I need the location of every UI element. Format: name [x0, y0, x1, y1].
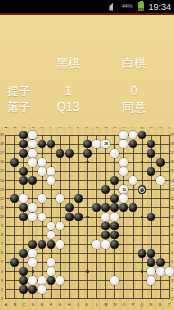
- battery-percent-text: 44%: [118, 3, 132, 9]
- coord-label-left: 14: [0, 179, 5, 183]
- game-info-panel: 黑棋 白棋 提子 1 0 落子 Q13 同意: [0, 15, 174, 127]
- stone-black-N7: [110, 240, 119, 249]
- stone-white-P19: [129, 131, 138, 140]
- app-window: 44% 19:34 黑棋 白棋 提子 1 0 落子 Q13 同意 AABBCCD…: [0, 0, 174, 310]
- stone-black-C19: [19, 131, 28, 140]
- grid-line-horizontal: [5, 298, 170, 299]
- stone-white-E12: [38, 194, 47, 203]
- stone-white-F5: [47, 258, 56, 267]
- coord-label-left: 16: [0, 160, 5, 164]
- hoshi-point: [141, 270, 143, 272]
- stone-white-G9: [56, 222, 65, 231]
- move-row-label: 落子: [0, 99, 42, 115]
- stone-white-F9: [47, 222, 56, 231]
- stone-white-S14: [156, 176, 165, 185]
- stone-white-T4: [165, 267, 174, 276]
- stone-white-F15: [47, 167, 56, 176]
- coord-label-left: 9: [0, 224, 5, 228]
- stone-black-N12: [110, 194, 119, 203]
- stone-white-D16: [28, 158, 37, 167]
- grid-line-vertical: [96, 135, 97, 300]
- stone-black-J10: [74, 213, 83, 222]
- stone-black-C17: [19, 149, 28, 158]
- stone-black-Q19: [138, 131, 147, 140]
- stone-black-R18: [147, 140, 156, 149]
- stone-black-C6: [19, 249, 28, 258]
- coord-label-bottom: F: [49, 303, 54, 307]
- stone-black-K18: [83, 140, 92, 149]
- stone-black-C3: [19, 276, 28, 285]
- black-captures-value: 1: [42, 83, 94, 99]
- stone-white-G3: [56, 276, 65, 285]
- header-divider: [0, 13, 174, 15]
- stone-black-R10: [147, 213, 156, 222]
- stone-black-D2: [28, 285, 37, 294]
- stone-white-N17: [110, 149, 119, 158]
- stone-black-C15: [19, 167, 28, 176]
- stone-black-S16: [156, 158, 165, 167]
- battery-icon: [138, 2, 144, 11]
- coord-label-right: 7: [169, 242, 174, 246]
- stone-white-G12: [56, 194, 65, 203]
- stone-black-R5: [147, 258, 156, 267]
- stone-white-D10: [28, 213, 37, 222]
- hoshi-point: [86, 216, 88, 218]
- coord-label-left: 18: [0, 142, 5, 146]
- coord-label-left: 12: [0, 197, 5, 201]
- white-last-move-value[interactable]: 同意: [94, 99, 174, 115]
- stone-black-M9: [101, 222, 110, 231]
- stone-white-M18: 28: [101, 140, 110, 149]
- coord-label-right: 11: [169, 206, 174, 210]
- stone-black-N9: [110, 222, 119, 231]
- stone-white-D18: [28, 140, 37, 149]
- coord-label-right: 15: [169, 170, 174, 174]
- white-column-header: 白棋: [94, 55, 174, 71]
- go-board[interactable]: AABBCCDDEEFFGGHHJJKKLLMMNNOOPPQQRRSSTT19…: [0, 127, 174, 310]
- coord-label-left: 11: [0, 206, 5, 210]
- clock-text: 19:34: [148, 2, 171, 12]
- stone-black-N14: [110, 176, 119, 185]
- coord-label-right: 12: [169, 197, 174, 201]
- stone-white-D11: [28, 203, 37, 212]
- coord-label-right: 5: [169, 261, 174, 265]
- coord-label-left: 5: [0, 261, 5, 265]
- hoshi-point: [86, 270, 88, 272]
- stone-white-L18: [92, 140, 101, 149]
- coord-label-right: 16: [169, 160, 174, 164]
- coord-label-left: 19: [0, 133, 5, 137]
- stone-black-N11: [110, 203, 119, 212]
- stone-white-C12: [19, 194, 28, 203]
- stone-black-F7: [47, 240, 56, 249]
- coord-label-right: 3: [169, 279, 174, 283]
- stone-white-F8: [47, 231, 56, 240]
- stone-white-O18: [119, 140, 128, 149]
- captures-row-label: 提子: [0, 83, 42, 99]
- stone-white-E16: [38, 158, 47, 167]
- stone-white-O12: [119, 194, 128, 203]
- stone-black-C10: [19, 213, 28, 222]
- battery-level: [138, 8, 144, 11]
- stone-black-P11: [129, 203, 138, 212]
- stone-white-N3: [110, 276, 119, 285]
- coord-label-left: 15: [0, 170, 5, 174]
- grid-line-horizontal: [5, 235, 170, 236]
- empty-corner-cell: [0, 55, 42, 71]
- last-move-marker: [139, 187, 145, 193]
- stone-white-D3: [28, 276, 37, 285]
- stone-black-R15: [147, 167, 156, 176]
- stone-black-G17: [56, 149, 65, 158]
- coord-label-left: 2: [0, 288, 5, 292]
- stone-white-D17: [28, 149, 37, 158]
- stone-black-J12: [74, 194, 83, 203]
- stone-white-N10: [110, 213, 119, 222]
- stone-black-C14: [19, 176, 28, 185]
- stone-black-M11: [101, 203, 110, 212]
- coord-label-left: 3: [0, 279, 5, 283]
- stone-white-P14: [129, 176, 138, 185]
- coord-label-bottom: J: [76, 303, 81, 307]
- coord-label-right: 6: [169, 251, 174, 255]
- coord-label-left: 17: [0, 151, 5, 155]
- battery-tip: [140, 1, 143, 2]
- stone-white-R4: [147, 267, 156, 276]
- coord-label-left: 13: [0, 188, 5, 192]
- coord-label-bottom: H: [67, 303, 72, 307]
- coord-label-right: 13: [169, 188, 174, 192]
- stone-black-P18: [129, 140, 138, 149]
- stone-black-F18: [47, 140, 56, 149]
- stone-black-M8: [101, 231, 110, 240]
- stone-black-H17: [65, 149, 74, 158]
- coord-label-right: 2: [169, 288, 174, 292]
- hoshi-point: [32, 270, 34, 272]
- coord-label-bottom: T: [167, 303, 172, 307]
- coord-label-bottom: Q: [140, 303, 145, 307]
- coord-label-bottom: K: [85, 303, 90, 307]
- stone-white-O13: 30: [119, 185, 128, 194]
- stone-white-O19: [119, 131, 128, 140]
- stone-white-D6: [28, 249, 37, 258]
- stone-black-C2: [19, 285, 28, 294]
- coord-label-right: 10: [169, 215, 174, 219]
- stone-black-C11: [19, 203, 28, 212]
- coord-label-left: 4: [0, 270, 5, 274]
- coord-label-bottom: M: [103, 303, 108, 307]
- coord-label-bottom: S: [158, 303, 163, 307]
- stone-black-Q6: [138, 249, 147, 258]
- grid-line-horizontal: [5, 226, 170, 227]
- stone-black-B16: [10, 158, 19, 167]
- hoshi-point: [141, 216, 143, 218]
- stone-white-R3: [147, 276, 156, 285]
- player-header-row: 黑棋 白棋: [0, 55, 174, 71]
- coord-label-bottom: P: [131, 303, 136, 307]
- coord-label-right: 18: [169, 142, 174, 146]
- coord-label-right: 8: [169, 233, 174, 237]
- stone-black-R17: [147, 149, 156, 158]
- coord-label-left: 6: [0, 251, 5, 255]
- stone-black-Q13: [138, 185, 147, 194]
- stone-white-O16: [119, 158, 128, 167]
- grid-line-vertical: [133, 135, 134, 300]
- stone-black-O11: [119, 203, 128, 212]
- coord-label-bottom: C: [21, 303, 26, 307]
- stone-white-L7: [92, 240, 101, 249]
- coord-label-bottom: D: [31, 303, 36, 307]
- stone-white-O15: [119, 167, 128, 176]
- stone-white-D5: [28, 258, 37, 267]
- stone-white-D19: [28, 131, 37, 140]
- stone-white-E15: [38, 167, 47, 176]
- stone-black-N8: [110, 231, 119, 240]
- coord-label-bottom: O: [122, 303, 127, 307]
- coord-label-right: 14: [169, 179, 174, 183]
- stone-black-D7: [28, 240, 37, 249]
- coord-label-right: 19: [169, 133, 174, 137]
- stone-black-E18: [38, 140, 47, 149]
- stone-black-S5: [156, 258, 165, 267]
- stone-white-G7: [56, 240, 65, 249]
- stone-white-F4: [47, 267, 56, 276]
- coord-label-bottom: E: [40, 303, 45, 307]
- stone-black-E7: [38, 240, 47, 249]
- stone-black-D14: [28, 176, 37, 185]
- coord-label-left: 1: [0, 297, 5, 301]
- stone-black-H11: [65, 203, 74, 212]
- stone-white-M7: [101, 240, 110, 249]
- coord-label-bottom: A: [3, 303, 8, 307]
- move-number-label: 30: [121, 188, 127, 191]
- stone-white-F14: [47, 176, 56, 185]
- coord-label-right: 1: [169, 297, 174, 301]
- last-move-row: 落子 Q13 同意: [0, 99, 174, 115]
- status-bar: 44% 19:34: [0, 0, 174, 13]
- stone-black-L11: [92, 203, 101, 212]
- stone-black-B12: [10, 194, 19, 203]
- stone-black-M13: [101, 185, 110, 194]
- stone-black-R6: [147, 249, 156, 258]
- coord-label-bottom: G: [58, 303, 63, 307]
- captures-row: 提子 1 0: [0, 83, 174, 99]
- stone-black-K17: [83, 149, 92, 158]
- stone-black-C18: [19, 140, 28, 149]
- stone-white-E10: [38, 213, 47, 222]
- coord-label-bottom: L: [94, 303, 99, 307]
- stone-black-B5: [10, 258, 19, 267]
- coord-label-left: 8: [0, 233, 5, 237]
- stone-black-C4: [19, 267, 28, 276]
- coord-label-left: 10: [0, 215, 5, 219]
- stone-white-M10: [101, 213, 110, 222]
- coord-label-right: 17: [169, 151, 174, 155]
- stone-white-E2: [38, 285, 47, 294]
- coord-label-right: 9: [169, 224, 174, 228]
- black-column-header: 黑棋: [42, 55, 94, 71]
- white-captures-value: 0: [94, 83, 174, 99]
- black-last-move-value: Q13: [42, 99, 94, 115]
- coord-label-bottom: B: [12, 303, 17, 307]
- coord-label-left: 7: [0, 242, 5, 246]
- stone-white-S4: [156, 267, 165, 276]
- coord-label-bottom: N: [112, 303, 117, 307]
- stone-black-F3: [47, 276, 56, 285]
- stone-white-E3: [38, 276, 47, 285]
- stone-black-H10: [65, 213, 74, 222]
- coord-label-bottom: R: [149, 303, 154, 307]
- move-number-label: 28: [103, 142, 109, 145]
- signal-strength-icon: [104, 3, 113, 11]
